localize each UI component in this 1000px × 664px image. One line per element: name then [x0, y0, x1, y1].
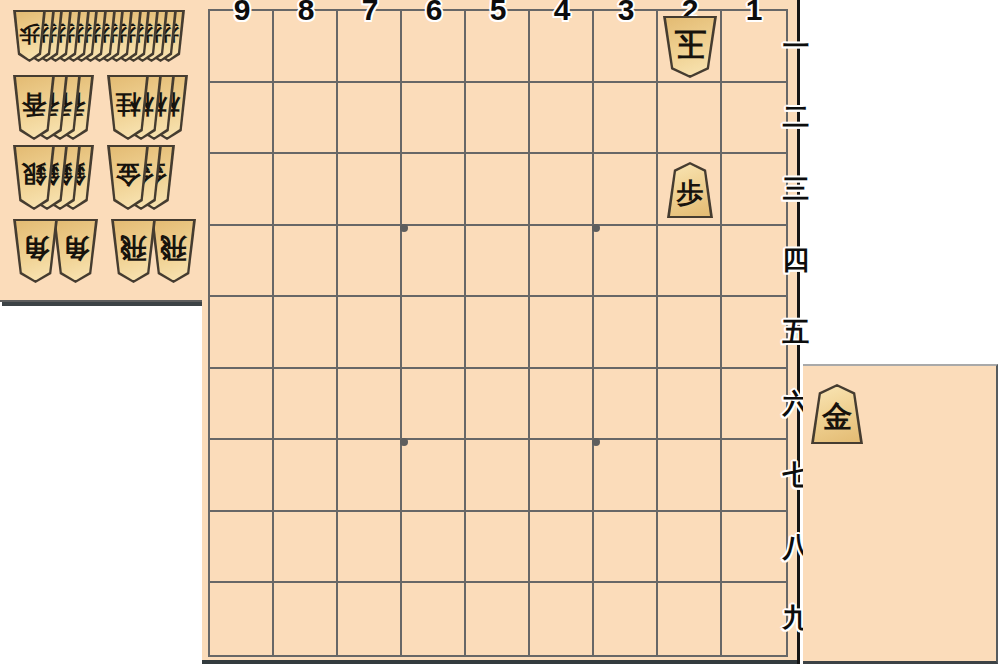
koma-glyph: 飛: [111, 219, 156, 283]
gote-hand-group-金: 金金金: [107, 145, 175, 210]
board-cell-6四[interactable]: [402, 226, 466, 298]
board-cell-5四[interactable]: [466, 226, 530, 298]
board-cell-3三[interactable]: [594, 154, 658, 226]
gote-hand-row: 角角飛飛: [13, 219, 208, 283]
board-cell-9三[interactable]: [210, 154, 274, 226]
board-cell-8六[interactable]: [274, 369, 338, 441]
file-label-4: 4: [530, 0, 594, 26]
gote-hand-group-香: 香香香香: [13, 75, 94, 140]
board-cell-5六[interactable]: [466, 369, 530, 441]
board-cell-2四[interactable]: [658, 226, 722, 298]
board-cell-2九[interactable]: [658, 583, 722, 655]
board-cell-7六[interactable]: [338, 369, 402, 441]
shogi-diagram: 歩歩歩歩歩歩歩歩歩歩歩歩歩歩歩歩歩香香香香桂桂桂桂銀銀銀銀金金金角角飛飛 987…: [0, 0, 1000, 664]
rank-label-三: 三: [772, 174, 820, 204]
koma-gote[interactable]: 香: [13, 75, 55, 140]
rank-label-二: 二: [772, 102, 820, 132]
koma-glyph: 歩: [667, 162, 713, 218]
board-cell-9六[interactable]: [210, 369, 274, 441]
board-cell-2六[interactable]: [658, 369, 722, 441]
koma-gote[interactable]: 角: [53, 219, 98, 283]
board-cell-2七[interactable]: [658, 440, 722, 512]
koma-gote[interactable]: 歩: [13, 10, 46, 62]
sente-hand-tray: 金: [803, 364, 998, 664]
board-cell-7九[interactable]: [338, 583, 402, 655]
board-cell-3五[interactable]: [594, 297, 658, 369]
board-cell-9四[interactable]: [210, 226, 274, 298]
board-cell-7七[interactable]: [338, 440, 402, 512]
gote-hand-group-歩: 歩歩歩歩歩歩歩歩歩歩歩歩歩歩歩歩歩: [13, 10, 185, 62]
board-cell-9七[interactable]: [210, 440, 274, 512]
star-point: [592, 224, 600, 232]
board-cell-8五[interactable]: [274, 297, 338, 369]
star-point: [592, 438, 600, 446]
board-cell-7五[interactable]: [338, 297, 402, 369]
koma-glyph: 桂: [107, 75, 149, 140]
board-cell-2八[interactable]: [658, 512, 722, 584]
board-cell-6六[interactable]: [402, 369, 466, 441]
koma-gote[interactable]: 飛: [111, 219, 156, 283]
board-cell-8七[interactable]: [274, 440, 338, 512]
board-cell-2五[interactable]: [658, 297, 722, 369]
koma-gote[interactable]: 桂: [107, 75, 149, 140]
star-point: [400, 224, 408, 232]
board-cell-9九[interactable]: [210, 583, 274, 655]
board-cell-9二[interactable]: [210, 83, 274, 155]
board-cell-9八[interactable]: [210, 512, 274, 584]
koma-glyph: 銀: [13, 145, 55, 210]
gote-hand-row: 香香香香桂桂桂桂: [13, 75, 208, 140]
board-cell-3二[interactable]: [594, 83, 658, 155]
board-cell-5二[interactable]: [466, 83, 530, 155]
file-label-1: 1: [722, 0, 786, 26]
koma-glyph: 金: [107, 145, 149, 210]
koma-glyph: 香: [13, 75, 55, 140]
board-cell-6五[interactable]: [402, 297, 466, 369]
koma-glyph: 角: [53, 219, 98, 283]
board-cell-7八[interactable]: [338, 512, 402, 584]
gote-hand-group-飛: 飛飛: [111, 219, 196, 283]
shogi-board: 987654321 玉歩: [202, 0, 798, 660]
board-cell-8三[interactable]: [274, 154, 338, 226]
rank-label-五: 五: [772, 317, 820, 347]
koma-gote[interactable]: 角: [13, 219, 58, 283]
star-point: [400, 438, 408, 446]
gote-hand-group-桂: 桂桂桂桂: [107, 75, 188, 140]
rank-label-四: 四: [772, 245, 820, 275]
gote-hand-row: 歩歩歩歩歩歩歩歩歩歩歩歩歩歩歩歩歩: [13, 10, 208, 62]
board-cell-4九[interactable]: [530, 583, 594, 655]
koma-glyph: 角: [13, 219, 58, 283]
board-cell-5五[interactable]: [466, 297, 530, 369]
board-cell-5七[interactable]: [466, 440, 530, 512]
board-cell-8九[interactable]: [274, 583, 338, 655]
file-label-8: 8: [274, 0, 338, 26]
file-label-9: 9: [210, 0, 274, 26]
board-cell-6七[interactable]: [402, 440, 466, 512]
board-cell-4六[interactable]: [530, 369, 594, 441]
board-cell-7三[interactable]: [338, 154, 402, 226]
koma-glyph: 飛: [151, 219, 196, 283]
gote-hand-tray: 歩歩歩歩歩歩歩歩歩歩歩歩歩歩歩歩歩香香香香桂桂桂桂銀銀銀銀金金金角角飛飛: [0, 0, 210, 302]
koma-gote[interactable]: 金: [107, 145, 149, 210]
file-label-3: 3: [594, 0, 658, 26]
board-cell-9五[interactable]: [210, 297, 274, 369]
board-cell-5八[interactable]: [466, 512, 530, 584]
board-cell-8二[interactable]: [274, 83, 338, 155]
board-cell-5九[interactable]: [466, 583, 530, 655]
file-label-6: 6: [402, 0, 466, 26]
board-cell-2二[interactable]: [658, 83, 722, 155]
board-grid: [208, 9, 788, 657]
sente-hand-pieces: 金: [811, 384, 863, 444]
board-cell-7二[interactable]: [338, 83, 402, 155]
board-cell-3九[interactable]: [594, 583, 658, 655]
file-label-7: 7: [338, 0, 402, 26]
board-cell-6三[interactable]: [402, 154, 466, 226]
koma-gote[interactable]: 銀: [13, 145, 55, 210]
koma-glyph: 歩: [13, 10, 46, 62]
board-cell-6八[interactable]: [402, 512, 466, 584]
koma-gote[interactable]: 飛: [151, 219, 196, 283]
board-cell-4四[interactable]: [530, 226, 594, 298]
board-cell-4七[interactable]: [530, 440, 594, 512]
board-cell-3六[interactable]: [594, 369, 658, 441]
gote-hand-group-角: 角角: [13, 219, 98, 283]
koma-glyph: 玉: [663, 16, 717, 78]
board-cell-5三[interactable]: [466, 154, 530, 226]
board-cell-4三[interactable]: [530, 154, 594, 226]
rank-label-一: 一: [772, 31, 820, 61]
board-cell-8八[interactable]: [274, 512, 338, 584]
koma-sente[interactable]: 歩: [667, 162, 713, 218]
board-cell-8四[interactable]: [274, 226, 338, 298]
gote-hand-group-銀: 銀銀銀銀: [13, 145, 94, 210]
board-cell-3八[interactable]: [594, 512, 658, 584]
board-cell-6二[interactable]: [402, 83, 466, 155]
koma-glyph: 金: [811, 384, 863, 444]
file-label-5: 5: [466, 0, 530, 26]
koma-sente[interactable]: 金: [811, 384, 863, 444]
board-cell-6九[interactable]: [402, 583, 466, 655]
koma-gote[interactable]: 玉: [663, 16, 717, 78]
board-cell-3四[interactable]: [594, 226, 658, 298]
board-cell-3七[interactable]: [594, 440, 658, 512]
board-cell-4五[interactable]: [530, 297, 594, 369]
gote-hand-row: 銀銀銀銀金金金: [13, 145, 208, 210]
board-cell-4八[interactable]: [530, 512, 594, 584]
board-cell-4二[interactable]: [530, 83, 594, 155]
board-cell-7四[interactable]: [338, 226, 402, 298]
